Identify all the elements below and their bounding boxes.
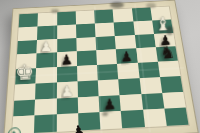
photo-background: ♝♟♟♟♟♞♚♟♟ ♞ ♟ <box>0 0 200 133</box>
white-king[interactable]: ♚ <box>15 62 35 84</box>
square-h4[interactable] <box>158 61 181 77</box>
square-e6[interactable] <box>96 36 117 51</box>
square-d3[interactable] <box>77 80 98 97</box>
stain <box>51 9 59 13</box>
square-c7[interactable] <box>57 24 76 38</box>
square-h3[interactable] <box>160 76 183 93</box>
black-pawn[interactable]: ♟ <box>120 49 133 64</box>
black-knight[interactable]: ♞ <box>159 44 175 62</box>
off-board-piece[interactable]: ♟ <box>71 123 86 133</box>
square-c3[interactable]: ♟ <box>56 81 77 98</box>
square-h1[interactable] <box>164 108 188 126</box>
square-a8[interactable] <box>19 13 38 27</box>
stain <box>146 3 156 8</box>
square-f2[interactable] <box>120 94 143 112</box>
white-pawn[interactable]: ♟ <box>40 39 53 53</box>
stain <box>166 26 173 35</box>
brand-logo: ♞ <box>7 127 21 133</box>
square-e8[interactable] <box>94 9 114 23</box>
square-f5[interactable]: ♟ <box>116 48 137 63</box>
square-f3[interactable] <box>118 78 140 95</box>
square-c6[interactable] <box>57 38 77 53</box>
square-a6[interactable] <box>17 40 37 55</box>
black-pawn[interactable]: ♟ <box>60 52 73 67</box>
square-e7[interactable] <box>95 22 115 36</box>
square-g2[interactable] <box>141 93 164 110</box>
square-c2[interactable] <box>56 97 78 115</box>
square-e3[interactable] <box>98 79 120 96</box>
white-pawn[interactable]: ♟ <box>60 83 74 98</box>
square-h5[interactable]: ♞ <box>156 46 178 61</box>
square-f7[interactable] <box>114 21 134 35</box>
square-f8[interactable] <box>113 8 133 22</box>
square-c5[interactable]: ♟ <box>57 52 77 68</box>
square-a4[interactable]: ♚ <box>15 68 36 84</box>
stain <box>110 2 124 8</box>
square-d8[interactable] <box>75 10 94 24</box>
square-e2[interactable]: ♟ <box>99 95 121 113</box>
square-f1[interactable] <box>121 110 144 128</box>
square-d6[interactable] <box>76 37 96 52</box>
square-e5[interactable] <box>96 49 117 65</box>
square-a2[interactable] <box>13 99 35 117</box>
black-pawn[interactable]: ♟ <box>103 96 117 112</box>
square-h2[interactable] <box>162 91 186 108</box>
board-mat: ♝♟♟♟♟♞♚♟♟ ♞ <box>3 0 199 133</box>
square-d2[interactable] <box>78 96 100 114</box>
square-a7[interactable] <box>18 26 38 40</box>
square-d5[interactable] <box>76 51 97 67</box>
stain <box>102 112 108 116</box>
square-d7[interactable] <box>76 23 96 37</box>
square-a3[interactable] <box>14 83 36 100</box>
square-c8[interactable] <box>57 11 76 25</box>
